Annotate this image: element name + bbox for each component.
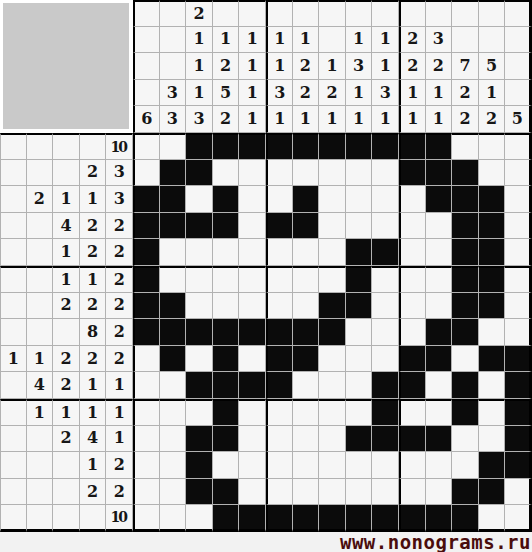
grid-cell[interactable] bbox=[426, 239, 453, 266]
grid-cell[interactable] bbox=[160, 399, 187, 426]
grid-cell[interactable] bbox=[266, 426, 293, 453]
grid-cell[interactable] bbox=[239, 479, 266, 506]
grid-cell[interactable] bbox=[346, 186, 373, 213]
grid-cell[interactable] bbox=[452, 426, 479, 453]
row-clue-cell: 1 bbox=[53, 399, 80, 426]
grid-cell[interactable] bbox=[160, 160, 187, 187]
grid-cell[interactable] bbox=[319, 160, 346, 187]
grid-cell[interactable] bbox=[293, 346, 320, 373]
row-clue-cell: 1 bbox=[106, 399, 133, 426]
grid-cell[interactable] bbox=[213, 293, 240, 320]
grid-cell[interactable] bbox=[266, 372, 293, 399]
col-clue-cell: 3 bbox=[426, 27, 453, 54]
col-clue-cell: 1 bbox=[372, 53, 399, 80]
grid-cell[interactable] bbox=[372, 346, 399, 373]
grid-cell[interactable] bbox=[213, 266, 240, 293]
col-clue-cell: 1 bbox=[346, 80, 373, 107]
grid-cell[interactable] bbox=[399, 372, 426, 399]
grid-cell[interactable] bbox=[160, 319, 187, 346]
grid-cell[interactable] bbox=[133, 452, 160, 479]
grid-cell[interactable] bbox=[452, 346, 479, 373]
grid-cell[interactable] bbox=[133, 160, 160, 187]
grid-cell[interactable] bbox=[160, 186, 187, 213]
grid-cell[interactable] bbox=[266, 160, 293, 187]
grid-cell[interactable] bbox=[239, 160, 266, 187]
grid-cell[interactable] bbox=[239, 213, 266, 240]
grid-cell[interactable] bbox=[372, 426, 399, 453]
grid-cell[interactable] bbox=[452, 133, 479, 160]
grid-cell[interactable] bbox=[186, 186, 213, 213]
col-clue-cell: 2 bbox=[399, 27, 426, 54]
grid-cell[interactable] bbox=[505, 479, 532, 506]
grid-cell[interactable] bbox=[346, 399, 373, 426]
grid-cell[interactable] bbox=[133, 479, 160, 506]
nonogram-puzzle: 2111111123121121312275315132213112163321… bbox=[0, 0, 532, 552]
row-clue-cell: 1 bbox=[27, 399, 54, 426]
row-clue-cell bbox=[27, 160, 54, 187]
grid-cell[interactable] bbox=[319, 186, 346, 213]
row-clue-cell: 2 bbox=[53, 372, 80, 399]
row-clue-cell: 2 bbox=[80, 346, 107, 373]
grid-cell[interactable] bbox=[319, 452, 346, 479]
row-clue-cell bbox=[27, 426, 54, 453]
grid-cell[interactable] bbox=[479, 293, 506, 320]
grid-cell[interactable] bbox=[479, 186, 506, 213]
col-clue-cell: 1 bbox=[239, 106, 266, 133]
row-clue-cell: 1 bbox=[53, 239, 80, 266]
row-clue-cell bbox=[27, 266, 54, 293]
col-clue-cell: 5 bbox=[479, 53, 506, 80]
grid-cell[interactable] bbox=[346, 160, 373, 187]
grid-cell[interactable] bbox=[452, 293, 479, 320]
grid-cell[interactable] bbox=[399, 452, 426, 479]
grid-cell[interactable] bbox=[346, 505, 373, 532]
row-clue-cell bbox=[0, 426, 27, 453]
grid-cell[interactable] bbox=[293, 452, 320, 479]
grid-cell[interactable] bbox=[399, 505, 426, 532]
col-clue-cell: 2 bbox=[479, 106, 506, 133]
grid-cell[interactable] bbox=[319, 399, 346, 426]
grid-cell[interactable] bbox=[346, 293, 373, 320]
col-clue-cell: 1 bbox=[399, 106, 426, 133]
clue-corner bbox=[0, 0, 133, 133]
grid-cell[interactable] bbox=[479, 372, 506, 399]
grid-cell[interactable] bbox=[479, 213, 506, 240]
grid-cell[interactable] bbox=[426, 452, 453, 479]
grid-cell[interactable] bbox=[293, 372, 320, 399]
grid-cell[interactable] bbox=[479, 239, 506, 266]
col-clue-cell: 3 bbox=[346, 53, 373, 80]
row-clue-cell bbox=[80, 133, 107, 160]
grid-cell[interactable] bbox=[186, 319, 213, 346]
grid-cell[interactable] bbox=[239, 186, 266, 213]
grid-cell[interactable] bbox=[399, 399, 426, 426]
grid-cell[interactable] bbox=[266, 399, 293, 426]
grid-cell[interactable] bbox=[186, 346, 213, 373]
grid-cell[interactable] bbox=[186, 399, 213, 426]
row-clue-cell: 2 bbox=[106, 319, 133, 346]
grid-cell[interactable] bbox=[160, 372, 187, 399]
grid-cell[interactable] bbox=[346, 213, 373, 240]
grid-cell[interactable] bbox=[505, 239, 532, 266]
grid-cell[interactable] bbox=[133, 266, 160, 293]
grid-cell[interactable] bbox=[266, 239, 293, 266]
grid-cell[interactable] bbox=[479, 426, 506, 453]
grid-cell[interactable] bbox=[239, 319, 266, 346]
grid-cell[interactable] bbox=[426, 319, 453, 346]
grid-cell[interactable] bbox=[399, 346, 426, 373]
grid-cell[interactable] bbox=[505, 426, 532, 453]
grid-cell[interactable] bbox=[399, 266, 426, 293]
row-clue-cell bbox=[27, 293, 54, 320]
row-clue-cell bbox=[53, 133, 80, 160]
col-clue-cell: 3 bbox=[372, 80, 399, 107]
col-clue-cell: 2 bbox=[213, 53, 240, 80]
grid-cell[interactable] bbox=[293, 213, 320, 240]
grid-cell[interactable] bbox=[372, 213, 399, 240]
grid-cell[interactable] bbox=[372, 479, 399, 506]
grid-cell[interactable] bbox=[505, 372, 532, 399]
grid-cell[interactable] bbox=[505, 505, 532, 532]
col-clue-cell: 1 bbox=[346, 27, 373, 54]
grid-cell[interactable] bbox=[346, 346, 373, 373]
grid-cell[interactable] bbox=[213, 186, 240, 213]
grid-cell[interactable] bbox=[372, 160, 399, 187]
grid-cell[interactable] bbox=[505, 293, 532, 320]
grid-cell[interactable] bbox=[452, 160, 479, 187]
grid-cell[interactable] bbox=[160, 239, 187, 266]
grid-cell[interactable] bbox=[239, 372, 266, 399]
grid-cell[interactable] bbox=[266, 133, 293, 160]
grid-cell[interactable] bbox=[266, 319, 293, 346]
grid-cell[interactable] bbox=[186, 452, 213, 479]
col-clue-cell: 1 bbox=[479, 80, 506, 107]
col-clue-cell: 2 bbox=[186, 0, 213, 27]
grid-cell[interactable] bbox=[266, 505, 293, 532]
grid-cell[interactable] bbox=[319, 479, 346, 506]
grid-cell[interactable] bbox=[426, 372, 453, 399]
grid-cell[interactable] bbox=[426, 133, 453, 160]
grid-cell[interactable] bbox=[213, 213, 240, 240]
grid-cell[interactable] bbox=[372, 186, 399, 213]
grid-cell[interactable] bbox=[186, 479, 213, 506]
col-clue-cell bbox=[213, 0, 240, 27]
grid-cell[interactable] bbox=[452, 266, 479, 293]
grid-cell[interactable] bbox=[133, 133, 160, 160]
grid-cell[interactable] bbox=[319, 346, 346, 373]
grid-cell[interactable] bbox=[186, 372, 213, 399]
col-clue-cell: 1 bbox=[266, 106, 293, 133]
row-clue-cell bbox=[53, 319, 80, 346]
grid-cell[interactable] bbox=[213, 319, 240, 346]
col-clue-cell: 2 bbox=[452, 106, 479, 133]
col-clue-cell bbox=[372, 0, 399, 27]
grid-cell[interactable] bbox=[266, 266, 293, 293]
grid-cell[interactable] bbox=[426, 186, 453, 213]
grid-cell[interactable] bbox=[505, 213, 532, 240]
grid-cell[interactable] bbox=[319, 319, 346, 346]
grid-cell[interactable] bbox=[479, 505, 506, 532]
grid-cell[interactable] bbox=[505, 319, 532, 346]
grid-cell[interactable] bbox=[372, 505, 399, 532]
row-clue-cell: 2 bbox=[53, 346, 80, 373]
grid-cell[interactable] bbox=[479, 346, 506, 373]
grid-cell[interactable] bbox=[186, 293, 213, 320]
grid-cell[interactable] bbox=[133, 426, 160, 453]
grid-cell[interactable] bbox=[186, 266, 213, 293]
grid-cell[interactable] bbox=[239, 346, 266, 373]
col-clue-cell bbox=[505, 53, 532, 80]
grid-cell[interactable] bbox=[319, 372, 346, 399]
grid-cell[interactable] bbox=[505, 186, 532, 213]
grid-cell[interactable] bbox=[319, 133, 346, 160]
grid-cell[interactable] bbox=[133, 293, 160, 320]
grid-cell[interactable] bbox=[160, 346, 187, 373]
row-clue-cell bbox=[0, 479, 27, 506]
grid-cell[interactable] bbox=[293, 399, 320, 426]
watermark-bar: www.nonograms.ru bbox=[0, 532, 532, 552]
col-clue-cell: 1 bbox=[399, 80, 426, 107]
grid-cell[interactable] bbox=[346, 266, 373, 293]
grid-cell[interactable] bbox=[319, 293, 346, 320]
grid-cell[interactable] bbox=[319, 505, 346, 532]
grid-cell[interactable] bbox=[239, 133, 266, 160]
grid-cell[interactable] bbox=[479, 479, 506, 506]
grid-cell[interactable] bbox=[372, 133, 399, 160]
grid-cell[interactable] bbox=[239, 426, 266, 453]
grid-cell[interactable] bbox=[479, 319, 506, 346]
grid-cell[interactable] bbox=[293, 426, 320, 453]
grid-cell[interactable] bbox=[186, 505, 213, 532]
grid-cell[interactable] bbox=[239, 266, 266, 293]
grid-cell[interactable] bbox=[426, 266, 453, 293]
grid-cell[interactable] bbox=[399, 319, 426, 346]
col-clue-cell: 2 bbox=[293, 53, 320, 80]
col-clue-cell: 7 bbox=[452, 53, 479, 80]
grid-cell[interactable] bbox=[133, 505, 160, 532]
grid-cell[interactable] bbox=[239, 452, 266, 479]
grid-cell[interactable] bbox=[213, 452, 240, 479]
col-clue-cell: 1 bbox=[293, 27, 320, 54]
grid-cell[interactable] bbox=[293, 186, 320, 213]
grid-cell[interactable] bbox=[186, 160, 213, 187]
grid-cell[interactable] bbox=[505, 346, 532, 373]
grid-cell[interactable] bbox=[399, 479, 426, 506]
grid-cell[interactable] bbox=[186, 239, 213, 266]
grid-cell[interactable] bbox=[293, 479, 320, 506]
grid-cell[interactable] bbox=[213, 133, 240, 160]
grid-cell[interactable] bbox=[346, 452, 373, 479]
grid-cell[interactable] bbox=[452, 479, 479, 506]
col-clue-cell: 1 bbox=[266, 27, 293, 54]
grid-cell[interactable] bbox=[452, 399, 479, 426]
grid-cell[interactable] bbox=[213, 479, 240, 506]
grid-cell[interactable] bbox=[505, 160, 532, 187]
row-clue-cell bbox=[0, 372, 27, 399]
grid-cell[interactable] bbox=[319, 239, 346, 266]
grid-cell[interactable] bbox=[426, 399, 453, 426]
grid-cell[interactable] bbox=[426, 160, 453, 187]
row-clue-cell: 4 bbox=[53, 213, 80, 240]
row-clue-cell: 1 bbox=[27, 346, 54, 373]
grid-cell[interactable] bbox=[160, 133, 187, 160]
col-clue-cell: 2 bbox=[293, 80, 320, 107]
grid-cell[interactable] bbox=[346, 133, 373, 160]
grid-cell[interactable] bbox=[372, 399, 399, 426]
grid-cell[interactable] bbox=[505, 266, 532, 293]
grid-cell[interactable] bbox=[133, 186, 160, 213]
grid-cell[interactable] bbox=[452, 372, 479, 399]
grid-cell[interactable] bbox=[133, 399, 160, 426]
grid-cell[interactable] bbox=[213, 372, 240, 399]
grid-cell[interactable] bbox=[239, 505, 266, 532]
grid-cell[interactable] bbox=[479, 452, 506, 479]
grid-cell[interactable] bbox=[372, 293, 399, 320]
grid-cell[interactable] bbox=[239, 293, 266, 320]
grid-cell[interactable] bbox=[266, 452, 293, 479]
col-clue-cell: 1 bbox=[372, 27, 399, 54]
grid-cell[interactable] bbox=[399, 426, 426, 453]
grid-cell[interactable] bbox=[160, 426, 187, 453]
grid-cell[interactable] bbox=[160, 293, 187, 320]
grid-cell[interactable] bbox=[319, 213, 346, 240]
grid-cell[interactable] bbox=[452, 186, 479, 213]
grid-cell[interactable] bbox=[399, 186, 426, 213]
grid-cell[interactable] bbox=[372, 372, 399, 399]
grid-cell[interactable] bbox=[426, 479, 453, 506]
grid-cell[interactable] bbox=[186, 133, 213, 160]
grid-cell[interactable] bbox=[213, 160, 240, 187]
grid-cell[interactable] bbox=[213, 426, 240, 453]
grid-cell[interactable] bbox=[213, 399, 240, 426]
grid-cell[interactable] bbox=[346, 372, 373, 399]
grid-cell[interactable] bbox=[346, 426, 373, 453]
grid-cell[interactable] bbox=[505, 399, 532, 426]
grid-cell[interactable] bbox=[160, 452, 187, 479]
grid-cell[interactable] bbox=[452, 213, 479, 240]
grid-cell[interactable] bbox=[479, 399, 506, 426]
row-clue-cell: 1 bbox=[106, 426, 133, 453]
grid-cell[interactable] bbox=[426, 293, 453, 320]
col-clue-cell: 1 bbox=[346, 106, 373, 133]
grid-cell[interactable] bbox=[372, 452, 399, 479]
row-clue-cell bbox=[27, 479, 54, 506]
row-clue-cell bbox=[0, 399, 27, 426]
col-clue-cell: 2 bbox=[213, 106, 240, 133]
grid-cell[interactable] bbox=[426, 213, 453, 240]
grid-cell[interactable] bbox=[479, 266, 506, 293]
grid-cell[interactable] bbox=[266, 479, 293, 506]
grid-cell[interactable] bbox=[426, 505, 453, 532]
grid-cell[interactable] bbox=[479, 133, 506, 160]
grid-cell[interactable] bbox=[239, 399, 266, 426]
grid-cell[interactable] bbox=[133, 319, 160, 346]
grid-cell[interactable] bbox=[213, 505, 240, 532]
grid-cell[interactable] bbox=[293, 319, 320, 346]
row-clue-cell bbox=[53, 160, 80, 187]
row-clue-cell bbox=[0, 505, 27, 532]
grid-cell[interactable] bbox=[160, 213, 187, 240]
grid-cell[interactable] bbox=[479, 160, 506, 187]
grid-cell[interactable] bbox=[372, 319, 399, 346]
grid-cell[interactable] bbox=[160, 479, 187, 506]
col-clue-cell: 2 bbox=[399, 53, 426, 80]
grid-cell[interactable] bbox=[346, 479, 373, 506]
row-clue-cell bbox=[0, 133, 27, 160]
grid-cell[interactable] bbox=[505, 452, 532, 479]
grid-cell[interactable] bbox=[399, 133, 426, 160]
grid-cell[interactable] bbox=[239, 239, 266, 266]
col-clue-cell: 6 bbox=[133, 106, 160, 133]
grid-cell[interactable] bbox=[426, 346, 453, 373]
grid-cell[interactable] bbox=[372, 239, 399, 266]
col-clue-cell bbox=[399, 0, 426, 27]
row-clue-cell bbox=[27, 133, 54, 160]
grid-cell[interactable] bbox=[399, 213, 426, 240]
grid-cell[interactable] bbox=[293, 266, 320, 293]
grid-cell[interactable] bbox=[266, 346, 293, 373]
row-clue-cell bbox=[0, 160, 27, 187]
grid-cell[interactable] bbox=[133, 239, 160, 266]
grid-cell[interactable] bbox=[160, 266, 187, 293]
grid-cell[interactable] bbox=[452, 452, 479, 479]
grid-cell[interactable] bbox=[426, 426, 453, 453]
row-clue-cell: 10 bbox=[106, 505, 133, 532]
grid-cell[interactable] bbox=[293, 293, 320, 320]
row-clue-cell bbox=[0, 319, 27, 346]
grid-cell[interactable] bbox=[133, 213, 160, 240]
grid-cell[interactable] bbox=[293, 133, 320, 160]
row-clue-cell: 1 bbox=[0, 346, 27, 373]
grid-cell[interactable] bbox=[399, 239, 426, 266]
grid-cell[interactable] bbox=[266, 213, 293, 240]
col-clue-cell bbox=[133, 27, 160, 54]
grid-cell[interactable] bbox=[399, 293, 426, 320]
grid-cell[interactable] bbox=[160, 505, 187, 532]
grid-cell[interactable] bbox=[213, 346, 240, 373]
grid-cell[interactable] bbox=[266, 293, 293, 320]
row-clue-cell: 2 bbox=[106, 239, 133, 266]
grid-cell[interactable] bbox=[372, 266, 399, 293]
row-clue-cell bbox=[0, 239, 27, 266]
row-clue-cell: 10 bbox=[106, 133, 133, 160]
grid-cell[interactable] bbox=[452, 505, 479, 532]
grid-cell[interactable] bbox=[133, 372, 160, 399]
grid-cell[interactable] bbox=[186, 213, 213, 240]
grid-cell[interactable] bbox=[452, 239, 479, 266]
grid-cell[interactable] bbox=[346, 319, 373, 346]
row-clue-cell: 2 bbox=[80, 479, 107, 506]
row-clue-cell: 2 bbox=[106, 452, 133, 479]
grid-cell[interactable] bbox=[319, 266, 346, 293]
grid-cell[interactable] bbox=[133, 346, 160, 373]
grid-cell[interactable] bbox=[293, 239, 320, 266]
row-clue-cell: 3 bbox=[106, 160, 133, 187]
grid-cell[interactable] bbox=[266, 186, 293, 213]
grid-cell[interactable] bbox=[399, 160, 426, 187]
grid-cell[interactable] bbox=[505, 133, 532, 160]
col-clue-cell bbox=[479, 27, 506, 54]
grid-cell[interactable] bbox=[186, 426, 213, 453]
grid-cell[interactable] bbox=[319, 426, 346, 453]
grid-cell[interactable] bbox=[293, 160, 320, 187]
grid-cell[interactable] bbox=[293, 505, 320, 532]
col-clue-cell: 2 bbox=[319, 80, 346, 107]
grid-cell[interactable] bbox=[346, 239, 373, 266]
col-clue-cell: 1 bbox=[239, 27, 266, 54]
grid-cell[interactable] bbox=[213, 239, 240, 266]
grid-cell[interactable] bbox=[452, 319, 479, 346]
